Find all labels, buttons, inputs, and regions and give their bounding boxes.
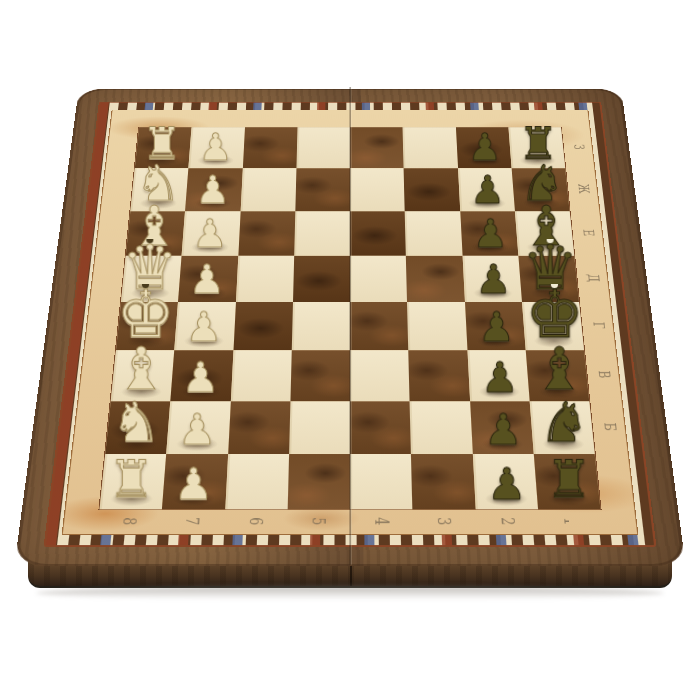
square — [236, 256, 294, 302]
square — [406, 256, 464, 302]
square — [350, 127, 404, 168]
square — [403, 127, 458, 168]
square: ♟ — [458, 168, 515, 211]
white-pawn: ♟ — [167, 409, 228, 450]
square — [240, 168, 296, 211]
white-pawn: ♟ — [189, 129, 243, 165]
white-queen-finial — [146, 236, 153, 243]
rank-label: 8 — [113, 499, 146, 544]
square: ♟ — [178, 256, 238, 302]
black-bishop: ♝ — [529, 341, 589, 396]
black-knight: ♞ — [533, 397, 594, 450]
square: ♟ — [182, 211, 240, 256]
square: ♟ — [171, 350, 233, 401]
square: ♟ — [166, 401, 230, 454]
black-pawn: ♟ — [467, 308, 525, 347]
square: ♟ — [470, 401, 534, 454]
square: ♟ — [174, 302, 235, 350]
square — [350, 211, 406, 256]
square — [293, 256, 350, 302]
rank-label: 1 — [554, 499, 587, 544]
board-frame: ♜♟♟♜♞♟♟♞♝♟♟♝♛♟♟♛♚♟♟♚♝♟♟♝♞♟♟♞♜♟♟♜ 8765432… — [14, 89, 686, 567]
square — [350, 256, 407, 302]
fold-seam — [349, 87, 352, 565]
rank-label: 3 — [429, 499, 459, 544]
square: ♟ — [162, 454, 227, 509]
square — [296, 127, 350, 168]
square — [350, 302, 409, 350]
square: ♞ — [529, 401, 594, 454]
square — [290, 350, 350, 401]
square: ♟ — [465, 302, 526, 350]
square — [295, 168, 350, 211]
black-pawn: ♟ — [462, 215, 518, 252]
white-pawn: ♟ — [175, 308, 233, 347]
white-pawn: ♟ — [171, 357, 231, 397]
black-pawn: ♟ — [460, 171, 515, 207]
square — [242, 127, 297, 168]
white-pawn: ♟ — [186, 171, 241, 207]
square — [289, 401, 350, 454]
floor-shadow — [36, 586, 664, 600]
square: ♜ — [100, 454, 167, 509]
square — [407, 302, 467, 350]
square — [410, 401, 473, 454]
black-pawn: ♟ — [475, 463, 537, 504]
square: ♟ — [472, 454, 537, 509]
white-pawn: ♟ — [163, 463, 225, 504]
square: ♟ — [462, 256, 522, 302]
square — [350, 350, 410, 401]
white-pawn: ♟ — [179, 260, 236, 298]
square — [291, 302, 350, 350]
square: ♟ — [455, 127, 511, 168]
chess-product-photo: ♜♟♟♜♞♟♟♞♝♟♟♝♛♟♟♛♚♟♟♚♝♟♟♝♞♟♟♞♜♟♟♜ 8765432… — [0, 0, 700, 700]
black-pawn: ♟ — [472, 409, 533, 450]
black-pawn: ♟ — [464, 260, 521, 298]
white-knight: ♞ — [106, 397, 167, 450]
square: ♟ — [189, 127, 245, 168]
square: ♟ — [460, 211, 518, 256]
square — [404, 168, 460, 211]
rank-label: 7 — [177, 499, 209, 544]
white-pawn: ♟ — [182, 215, 238, 252]
black-king-finial — [551, 281, 558, 288]
square — [409, 350, 470, 401]
white-king-finial — [142, 281, 149, 288]
rank-label: 4 — [367, 499, 396, 544]
white-rook: ♜ — [100, 456, 162, 505]
square — [238, 211, 295, 256]
black-rook: ♜ — [537, 456, 599, 505]
square — [233, 302, 293, 350]
square — [294, 211, 350, 256]
square: ♞ — [105, 401, 170, 454]
square: ♟ — [467, 350, 529, 401]
black-pawn: ♟ — [457, 129, 511, 165]
black-queen-finial — [547, 236, 554, 243]
white-bishop: ♝ — [111, 341, 171, 396]
square — [350, 168, 405, 211]
square — [230, 350, 291, 401]
black-pawn: ♟ — [469, 357, 529, 397]
rank-label: 2 — [492, 499, 524, 544]
square — [350, 401, 411, 454]
rank-label: 5 — [304, 499, 333, 544]
rank-label: 6 — [240, 499, 270, 544]
square: ♜ — [534, 454, 601, 509]
square: ♟ — [185, 168, 242, 211]
square — [228, 401, 291, 454]
square — [405, 211, 462, 256]
